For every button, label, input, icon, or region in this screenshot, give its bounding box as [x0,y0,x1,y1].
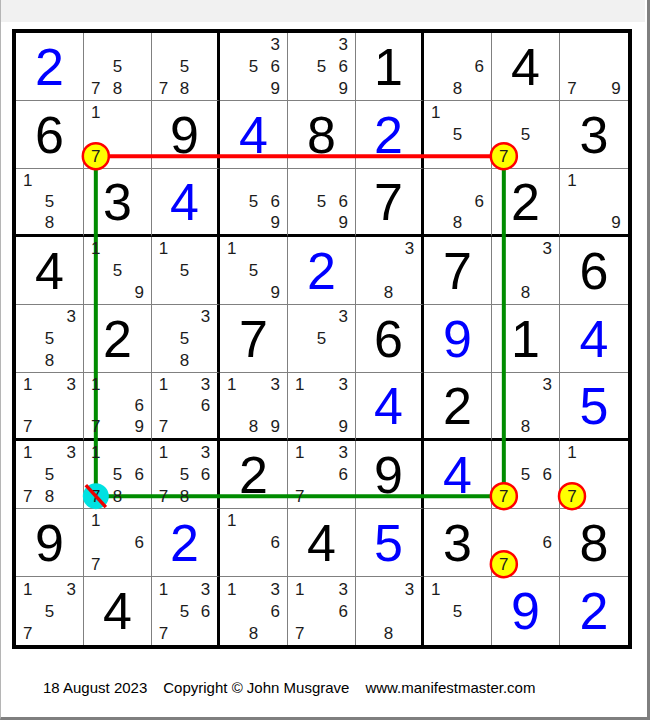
candidate-3: 3 [332,442,354,464]
candidate-3: 3 [399,578,420,600]
candidate-8 [515,145,537,167]
candidate-3: 3 [399,238,420,260]
candidate-3 [468,102,490,124]
given-digit: 4 [103,585,132,637]
candidate-9 [536,485,558,507]
candidate-8: 8 [378,281,399,303]
cell-r9c6: 38 [356,577,424,645]
candidate-6 [128,260,150,282]
candidate-8 [243,77,265,99]
candidate-6: 6 [264,600,286,622]
candidate-6: 6 [264,532,286,554]
candidate-1 [425,34,447,56]
cell-r9c7: 15 [424,577,492,645]
candidate-7 [221,281,243,303]
candidate-7 [221,77,243,99]
given-digit: 1 [374,41,403,93]
cell-r1c7: 68 [424,33,492,101]
given-digit: 2 [511,176,540,228]
candidate-8: 8 [378,622,399,644]
candidate-2 [243,374,265,395]
candidate-4 [561,56,583,78]
candidate-3: 3 [264,578,286,600]
candidate-8: 8 [515,416,537,437]
candidate-2 [515,102,537,124]
candidate-3: 3 [332,578,354,600]
candidate-6: 6 [195,395,216,416]
candidate-5 [583,191,605,212]
candidate-1: 1 [289,374,311,395]
given-digit: 6 [374,313,403,365]
pencil-grid: 1367 [289,442,354,507]
candidate-8: 8 [107,77,129,99]
candidate-7 [493,416,515,437]
candidate-7 [153,281,174,303]
candidate-7 [357,622,378,644]
candidate-9 [195,416,216,437]
candidate-2 [311,578,333,600]
candidate-3: 3 [195,306,216,328]
cell-r3c9: 19 [560,169,628,237]
pencil-grid: 1679 [85,374,150,437]
candidate-8: 8 [174,77,195,99]
candidate-9: 9 [332,77,354,99]
candidate-2 [447,578,469,600]
footer-website: www.manifestmaster.com [365,679,535,696]
candidate-6 [60,600,82,622]
pencil-grid: 1368 [221,578,286,644]
candidate-4 [425,56,447,78]
candidate-6: 6 [332,191,354,212]
candidate-7: 7 [493,145,515,167]
cell-r4c2: 159 [84,237,152,305]
candidate-8 [107,416,129,437]
candidate-3: 3 [60,442,82,464]
candidate-9 [195,349,216,371]
candidate-7 [153,349,174,371]
candidate-1 [153,306,174,328]
cell-r2c2: 17 [84,101,152,169]
candidate-6 [605,464,627,486]
pencil-grid: 358 [17,306,82,371]
candidate-8 [311,212,333,233]
candidate-9 [332,622,354,644]
candidate-8: 8 [243,416,265,437]
pencil-grid: 158 [17,170,82,233]
candidate-1: 1 [153,442,174,464]
candidate-4 [493,464,515,486]
candidate-3: 3 [60,306,82,328]
candidate-4 [221,260,243,282]
candidate-6: 6 [332,600,354,622]
pencil-grid: 159 [85,238,150,303]
candidate-9 [332,485,354,507]
given-digit: 7 [239,313,268,365]
candidate-8 [311,485,333,507]
candidate-8 [447,622,469,644]
candidate-7: 7 [17,622,39,644]
candidate-7: 7 [17,485,39,507]
candidate-1: 1 [85,510,107,532]
candidate-9 [128,485,150,507]
candidate-6: 6 [264,56,286,78]
candidate-9 [468,145,490,167]
candidate-7 [425,212,447,233]
candidate-3: 3 [264,34,286,56]
candidate-7 [221,553,243,575]
pencil-grid: 67 [493,510,558,575]
solved-digit: 2 [35,41,64,93]
candidate-3 [128,34,150,56]
candidate-1: 1 [289,442,311,464]
cell-r1c5: 3569 [288,33,356,101]
candidate-9 [195,485,216,507]
pencil-grid: 15 [425,578,490,644]
candidate-6 [536,395,558,416]
given-digit: 9 [170,109,199,161]
candidate-6: 6 [468,56,490,78]
candidate-7 [289,416,311,437]
solved-digit: 5 [374,517,403,569]
candidate-6 [60,395,82,416]
cell-r4c3: 15 [152,237,220,305]
candidate-9: 9 [264,77,286,99]
candidate-1 [493,374,515,395]
candidate-4 [85,56,107,78]
candidate-4 [289,56,311,78]
solved-digit: 2 [307,245,336,297]
candidate-2 [243,238,265,260]
pencil-grid: 167 [85,510,150,575]
candidate-4 [425,124,447,146]
candidate-8: 8 [174,485,195,507]
candidate-4 [221,395,243,416]
pencil-grid: 3569 [221,34,286,99]
candidate-3 [264,238,286,260]
candidate-2 [174,306,195,328]
pencil-grid: 1367 [153,374,216,437]
candidate-5: 5 [107,464,129,486]
candidate-6 [60,191,82,212]
cell-r6c8: 38 [492,373,560,441]
candidate-5: 5 [243,56,265,78]
candidate-9: 9 [605,212,627,233]
cell-r1c2: 578 [84,33,152,101]
pencil-grid: 38 [357,578,420,644]
given-digit: 7 [443,245,472,297]
pencil-grid: 139 [289,374,354,437]
candidate-7 [85,281,107,303]
footer-copyright: Copyright © John Musgrave [163,679,349,696]
candidate-3 [60,170,82,191]
candidate-6: 6 [536,464,558,486]
candidate-8: 8 [447,212,469,233]
candidate-7: 7 [561,485,583,507]
cell-r3c4: 569 [220,169,288,237]
given-digit: 1 [511,313,540,365]
candidate-8 [243,281,265,303]
candidate-3 [128,238,150,260]
candidate-8 [583,485,605,507]
candidate-4 [493,532,515,554]
candidate-6 [468,124,490,146]
candidate-9 [264,622,286,644]
candidate-7: 7 [153,77,174,99]
candidate-4 [289,191,311,212]
candidate-4 [425,600,447,622]
candidate-3: 3 [264,374,286,395]
given-digit: 7 [374,176,403,228]
candidate-7 [493,281,515,303]
candidate-2 [174,374,195,395]
candidate-7: 7 [289,485,311,507]
candidate-7 [17,349,39,371]
candidate-4 [561,191,583,212]
candidate-4 [425,191,447,212]
candidate-7: 7 [561,77,583,99]
candidate-4 [153,464,174,486]
candidate-2 [174,34,195,56]
candidate-5: 5 [515,124,537,146]
candidate-3: 3 [195,374,216,395]
solved-digit: 4 [443,449,472,501]
candidate-4 [221,191,243,212]
given-digit: 2 [103,313,132,365]
candidate-4 [17,395,39,416]
candidate-3 [605,170,627,191]
candidate-4 [289,328,311,350]
candidate-6 [332,395,354,416]
pencil-grid: 68 [425,170,490,233]
footer-date: 18 August 2023 [43,679,147,696]
candidate-1 [221,34,243,56]
candidate-6 [332,328,354,350]
candidate-5: 5 [39,464,61,486]
candidate-5 [107,124,129,146]
candidate-2 [515,374,537,395]
cell-r6c5: 139 [288,373,356,441]
given-digit: 3 [103,176,132,228]
candidate-3 [128,510,150,532]
candidate-3 [536,510,558,532]
candidate-1: 1 [17,374,39,395]
candidate-5: 5 [174,56,195,78]
candidate-2 [311,170,333,191]
candidate-5 [447,56,469,78]
given-digit: 2 [443,380,472,432]
candidate-7 [425,622,447,644]
pencil-grid: 567 [493,442,558,507]
candidate-6 [128,124,150,146]
page-frame: 2578578356935691684796179482155731583456… [0,0,650,720]
solved-digit: 2 [580,585,609,637]
candidate-6: 6 [195,600,216,622]
candidate-2 [107,374,129,395]
candidate-5: 5 [311,191,333,212]
candidate-4 [493,395,515,416]
solved-digit: 5 [580,380,609,432]
candidate-8 [39,622,61,644]
given-digit: 6 [35,109,64,161]
solved-digit: 9 [511,585,540,637]
candidate-4 [85,124,107,146]
candidate-7: 7 [85,485,107,507]
candidate-7 [561,212,583,233]
candidate-7: 7 [85,553,107,575]
pencil-grid: 79 [561,34,627,99]
cell-r9c1: 1357 [16,577,84,645]
cell-r5c5: 35 [288,305,356,373]
candidate-4 [289,600,311,622]
candidate-9 [60,622,82,644]
candidate-9 [60,416,82,437]
candidate-6 [536,124,558,146]
candidate-9 [536,553,558,575]
footer: 18 August 2023 Copyright © John Musgrave… [43,679,535,696]
candidate-3 [468,578,490,600]
candidate-5: 5 [243,260,265,282]
solved-digit: 4 [374,380,403,432]
candidate-9 [195,281,216,303]
candidate-7: 7 [153,622,174,644]
candidate-7 [289,349,311,371]
candidate-8 [311,349,333,371]
pencil-grid: 1367 [289,578,354,644]
candidate-2 [583,34,605,56]
candidate-3 [195,238,216,260]
pencil-grid: 135678 [153,442,216,507]
candidate-1: 1 [289,578,311,600]
candidate-8 [311,622,333,644]
candidate-6 [399,260,420,282]
pencil-grid: 569 [289,170,354,233]
pencil-grid: 15 [153,238,216,303]
cell-r7c3: 135678 [152,441,220,509]
candidate-5 [107,532,129,554]
candidate-2 [311,442,333,464]
candidate-1: 1 [153,578,174,600]
candidate-5 [243,532,265,554]
candidate-1 [493,102,515,124]
pencil-grid: 68 [425,34,490,99]
candidate-8 [583,212,605,233]
candidate-1: 1 [425,578,447,600]
candidate-3 [264,170,286,191]
candidate-4 [289,395,311,416]
candidate-7 [221,212,243,233]
candidate-6: 6 [128,532,150,554]
candidate-8 [311,416,333,437]
candidate-1: 1 [17,170,39,191]
candidate-1: 1 [561,170,583,191]
candidate-3 [128,374,150,395]
pencil-grid: 17 [561,442,627,507]
candidate-7 [17,212,39,233]
candidate-2 [243,578,265,600]
cell-r7c5: 1367 [288,441,356,509]
candidate-3 [195,34,216,56]
candidate-7: 7 [153,485,174,507]
candidate-7 [221,416,243,437]
pencil-grid: 13578 [17,442,82,507]
candidate-1 [289,306,311,328]
candidate-6 [536,260,558,282]
candidate-4 [85,532,107,554]
candidate-6 [195,260,216,282]
candidate-8: 8 [39,485,61,507]
cell-r6c4: 1389 [220,373,288,441]
candidate-9 [468,622,490,644]
candidate-8 [39,416,61,437]
candidate-2 [311,34,333,56]
candidate-4 [357,600,378,622]
candidate-5 [583,464,605,486]
candidate-6 [605,56,627,78]
candidate-1 [561,34,583,56]
candidate-7 [357,281,378,303]
candidate-9: 9 [332,212,354,233]
candidate-5: 5 [447,600,469,622]
solved-digit: 4 [580,313,609,365]
pencil-grid: 38 [357,238,420,303]
candidate-5: 5 [311,328,333,350]
candidate-3: 3 [332,306,354,328]
given-digit: 9 [374,449,403,501]
candidate-1: 1 [425,102,447,124]
candidate-3 [264,510,286,532]
candidate-2 [39,578,61,600]
given-digit: 4 [35,245,64,297]
candidate-6 [605,191,627,212]
candidate-1 [493,238,515,260]
candidate-4 [153,260,174,282]
candidate-4 [221,56,243,78]
candidate-3: 3 [60,374,82,395]
candidate-6: 6 [536,532,558,554]
candidate-4 [17,600,39,622]
candidate-9 [399,622,420,644]
candidate-2 [107,442,129,464]
candidate-5 [515,532,537,554]
cell-r3c7: 68 [424,169,492,237]
candidate-1 [85,34,107,56]
candidate-2 [174,238,195,260]
cell-r9c3: 13567 [152,577,220,645]
candidate-2 [447,170,469,191]
candidate-4 [357,260,378,282]
candidate-6 [195,56,216,78]
candidate-5 [107,395,129,416]
candidate-2 [174,578,195,600]
candidate-7 [221,622,243,644]
candidate-8 [515,553,537,575]
cell-r1c4: 3569 [220,33,288,101]
candidate-9: 9 [605,77,627,99]
candidate-6 [128,56,150,78]
candidate-9 [536,281,558,303]
candidate-7 [289,212,311,233]
candidate-1: 1 [561,442,583,464]
candidate-4 [289,464,311,486]
cell-r8c8: 67 [492,509,560,577]
candidate-2 [583,170,605,191]
candidate-2 [447,102,469,124]
candidate-9: 9 [128,416,150,437]
candidate-8 [107,553,129,575]
candidate-2 [107,34,129,56]
cell-r9c5: 1367 [288,577,356,645]
pencil-grid: 1357 [17,578,82,644]
